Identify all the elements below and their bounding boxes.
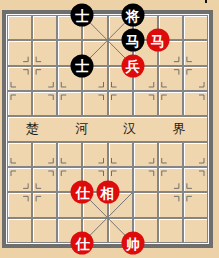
board-cell[interactable] [183,15,208,40]
board-cell[interactable] [32,167,57,192]
board-cell[interactable] [32,91,57,116]
board-cell[interactable] [158,192,183,217]
board-cell[interactable] [183,91,208,116]
river-label: 河 [75,122,88,135]
board-cell[interactable] [7,15,32,40]
board-cell[interactable] [7,218,32,243]
xiangqi-app-window: 楚河汉界 士将马马士兵仕相仕帅 [0,0,219,258]
board-cell[interactable] [7,91,32,116]
board-cell[interactable] [183,142,208,167]
board-cell[interactable] [183,192,208,217]
board-cell[interactable] [183,40,208,65]
red-soldier-piece[interactable]: 兵 [121,54,144,77]
board-cell[interactable] [133,91,158,116]
board-cell[interactable] [57,91,82,116]
board-cell[interactable] [183,218,208,243]
board-cell[interactable] [82,91,107,116]
board-cell[interactable] [7,142,32,167]
board-cell[interactable] [183,167,208,192]
board-cell[interactable] [158,167,183,192]
board-frame: 楚河汉界 [2,10,213,248]
board-cell[interactable] [108,142,133,167]
river-label: 汉 [123,122,136,135]
red-general-piece[interactable]: 帅 [121,232,144,255]
board-cell[interactable] [7,167,32,192]
board-cell[interactable] [82,142,107,167]
board-cell[interactable] [158,142,183,167]
red-horse-piece[interactable]: 马 [146,29,169,52]
board-cell[interactable] [158,66,183,91]
river-label: 界 [173,122,186,135]
black-horse-piece[interactable]: 马 [121,29,144,52]
red-advisor-piece[interactable]: 仕 [71,232,94,255]
board-cell[interactable] [108,91,133,116]
river: 楚河汉界 [7,116,208,141]
board-cell[interactable] [133,192,158,217]
black-advisor-piece[interactable]: 士 [71,54,94,77]
board-cell[interactable] [7,40,32,65]
red-elephant-piece[interactable]: 相 [96,181,119,204]
red-advisor-piece[interactable]: 仕 [71,181,94,204]
xiangqi-board[interactable]: 楚河汉界 [6,14,209,244]
board-cell[interactable] [32,66,57,91]
board-cell[interactable] [57,142,82,167]
board-cell[interactable] [158,91,183,116]
board-cell[interactable] [7,66,32,91]
board-cell[interactable] [32,142,57,167]
board-cell[interactable] [183,66,208,91]
board-cell[interactable] [7,192,32,217]
screen-edge-tick [205,0,207,3]
board-cell[interactable] [32,40,57,65]
board-cell[interactable] [32,218,57,243]
river-label: 楚 [25,122,38,135]
board-cell[interactable] [32,192,57,217]
board-cell[interactable] [158,218,183,243]
board-cell[interactable] [32,15,57,40]
board-cell[interactable] [133,167,158,192]
black-general-piece[interactable]: 将 [121,4,144,27]
board-cell[interactable] [133,142,158,167]
black-advisor-piece[interactable]: 士 [71,4,94,27]
